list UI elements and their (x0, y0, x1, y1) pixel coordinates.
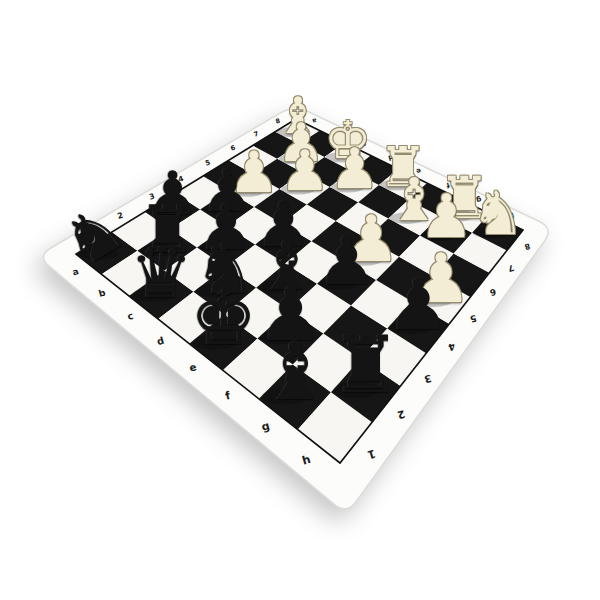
white-knight-h8[interactable]: ♞ (471, 183, 525, 243)
black-king-e1[interactable]: ♚ (190, 281, 257, 356)
black-queen-c1[interactable]: ♛ (130, 238, 193, 308)
black-bishop-g1[interactable]: ♝ (259, 332, 331, 412)
chess-set-photo: abcdefgh12345678abcdefgh12345678♝♚♟♜♟♟♟♟… (0, 0, 600, 600)
white-pawn-g7[interactable]: ♟ (419, 186, 473, 246)
black-rook-h2[interactable]: ♜ (331, 326, 402, 405)
black-pawn-f4[interactable]: ♟ (317, 228, 377, 295)
white-pawn-d7[interactable]: ♟ (329, 141, 379, 197)
